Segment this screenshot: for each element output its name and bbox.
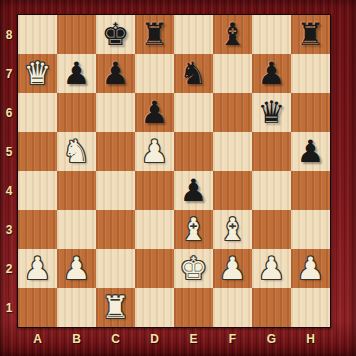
square-e5[interactable] xyxy=(174,132,213,171)
square-h4[interactable] xyxy=(291,171,330,210)
square-a8[interactable] xyxy=(18,15,57,54)
square-e8[interactable] xyxy=(174,15,213,54)
piece-white-queen-a7[interactable]: ♛ xyxy=(18,54,57,93)
square-h3[interactable] xyxy=(291,210,330,249)
rank-label-5: 5 xyxy=(0,132,18,171)
square-h1[interactable] xyxy=(291,288,330,327)
piece-black-pawn-h5[interactable]: ♟ xyxy=(291,132,330,171)
rank-label-2: 2 xyxy=(0,249,18,288)
square-e3[interactable]: ♝ xyxy=(174,210,213,249)
piece-white-pawn-h2[interactable]: ♟ xyxy=(291,249,330,288)
piece-white-pawn-b2[interactable]: ♟ xyxy=(57,249,96,288)
square-c1[interactable]: ♜ xyxy=(96,288,135,327)
square-e1[interactable] xyxy=(174,288,213,327)
piece-white-pawn-d5[interactable]: ♟ xyxy=(135,132,174,171)
square-f5[interactable] xyxy=(213,132,252,171)
square-f3[interactable]: ♝ xyxy=(213,210,252,249)
square-h8[interactable]: ♜ xyxy=(291,15,330,54)
square-b5[interactable]: ♞ xyxy=(57,132,96,171)
square-f1[interactable] xyxy=(213,288,252,327)
square-f7[interactable] xyxy=(213,54,252,93)
square-f8[interactable]: ♝ xyxy=(213,15,252,54)
square-b7[interactable]: ♟ xyxy=(57,54,96,93)
file-label-H: H xyxy=(291,327,330,351)
file-labels: ABCDEFGH xyxy=(18,327,330,351)
square-b1[interactable] xyxy=(57,288,96,327)
square-c6[interactable] xyxy=(96,93,135,132)
square-g1[interactable] xyxy=(252,288,291,327)
square-h2[interactable]: ♟ xyxy=(291,249,330,288)
piece-white-bishop-e3[interactable]: ♝ xyxy=(174,210,213,249)
square-d5[interactable]: ♟ xyxy=(135,132,174,171)
square-d7[interactable] xyxy=(135,54,174,93)
piece-black-rook-h8[interactable]: ♜ xyxy=(291,15,330,54)
square-c7[interactable]: ♟ xyxy=(96,54,135,93)
square-g7[interactable]: ♟ xyxy=(252,54,291,93)
rank-label-1: 1 xyxy=(0,288,18,327)
file-label-B: B xyxy=(57,327,96,351)
piece-black-pawn-g7[interactable]: ♟ xyxy=(252,54,291,93)
file-label-D: D xyxy=(135,327,174,351)
square-b4[interactable] xyxy=(57,171,96,210)
rank-label-6: 6 xyxy=(0,93,18,132)
file-label-G: G xyxy=(252,327,291,351)
piece-black-knight-e7[interactable]: ♞ xyxy=(174,54,213,93)
rank-label-4: 4 xyxy=(0,171,18,210)
square-c2[interactable] xyxy=(96,249,135,288)
square-f6[interactable] xyxy=(213,93,252,132)
square-c3[interactable] xyxy=(96,210,135,249)
piece-black-pawn-c7[interactable]: ♟ xyxy=(96,54,135,93)
square-h7[interactable] xyxy=(291,54,330,93)
square-h5[interactable]: ♟ xyxy=(291,132,330,171)
piece-black-pawn-b7[interactable]: ♟ xyxy=(57,54,96,93)
square-f4[interactable] xyxy=(213,171,252,210)
square-e7[interactable]: ♞ xyxy=(174,54,213,93)
square-b3[interactable] xyxy=(57,210,96,249)
file-label-A: A xyxy=(18,327,57,351)
piece-white-rook-c1[interactable]: ♜ xyxy=(96,288,135,327)
piece-white-pawn-g2[interactable]: ♟ xyxy=(252,249,291,288)
piece-black-king-c8[interactable]: ♚ xyxy=(96,15,135,54)
square-a7[interactable]: ♛ xyxy=(18,54,57,93)
square-g8[interactable] xyxy=(252,15,291,54)
square-f2[interactable]: ♟ xyxy=(213,249,252,288)
rank-label-8: 8 xyxy=(0,15,18,54)
square-d4[interactable] xyxy=(135,171,174,210)
square-a2[interactable]: ♟ xyxy=(18,249,57,288)
piece-black-queen-g6[interactable]: ♛ xyxy=(252,93,291,132)
chess-board: ♚♜♝♜♛♟♟♞♟♟♛♞♟♟♟♝♝♟♟♚♟♟♟♜ xyxy=(17,14,331,328)
square-a1[interactable] xyxy=(18,288,57,327)
square-a4[interactable] xyxy=(18,171,57,210)
piece-black-pawn-d6[interactable]: ♟ xyxy=(135,93,174,132)
piece-white-pawn-f2[interactable]: ♟ xyxy=(213,249,252,288)
square-b6[interactable] xyxy=(57,93,96,132)
square-d1[interactable] xyxy=(135,288,174,327)
piece-black-pawn-e4[interactable]: ♟ xyxy=(174,171,213,210)
piece-black-bishop-f8[interactable]: ♝ xyxy=(213,15,252,54)
piece-white-pawn-a2[interactable]: ♟ xyxy=(18,249,57,288)
piece-black-rook-d8[interactable]: ♜ xyxy=(135,15,174,54)
file-label-F: F xyxy=(213,327,252,351)
file-label-E: E xyxy=(174,327,213,351)
piece-white-knight-b5[interactable]: ♞ xyxy=(57,132,96,171)
square-d8[interactable]: ♜ xyxy=(135,15,174,54)
square-d6[interactable]: ♟ xyxy=(135,93,174,132)
rank-label-7: 7 xyxy=(0,54,18,93)
piece-white-bishop-f3[interactable]: ♝ xyxy=(213,210,252,249)
square-g2[interactable]: ♟ xyxy=(252,249,291,288)
square-e2[interactable]: ♚ xyxy=(174,249,213,288)
rank-label-3: 3 xyxy=(0,210,18,249)
square-b2[interactable]: ♟ xyxy=(57,249,96,288)
square-d3[interactable] xyxy=(135,210,174,249)
square-d2[interactable] xyxy=(135,249,174,288)
rank-labels: 87654321 xyxy=(0,15,18,327)
square-g4[interactable] xyxy=(252,171,291,210)
square-a6[interactable] xyxy=(18,93,57,132)
square-g6[interactable]: ♛ xyxy=(252,93,291,132)
square-g5[interactable] xyxy=(252,132,291,171)
square-g3[interactable] xyxy=(252,210,291,249)
piece-white-king-e2[interactable]: ♚ xyxy=(174,249,213,288)
square-e6[interactable] xyxy=(174,93,213,132)
square-b8[interactable] xyxy=(57,15,96,54)
square-c5[interactable] xyxy=(96,132,135,171)
square-e4[interactable]: ♟ xyxy=(174,171,213,210)
square-a5[interactable] xyxy=(18,132,57,171)
chessboard-frame: ♚♜♝♜♛♟♟♞♟♟♛♞♟♟♟♝♝♟♟♚♟♟♟♜ 87654321 ABCDEF… xyxy=(0,0,356,356)
square-c8[interactable]: ♚ xyxy=(96,15,135,54)
file-label-C: C xyxy=(96,327,135,351)
square-c4[interactable] xyxy=(96,171,135,210)
square-h6[interactable] xyxy=(291,93,330,132)
square-a3[interactable] xyxy=(18,210,57,249)
